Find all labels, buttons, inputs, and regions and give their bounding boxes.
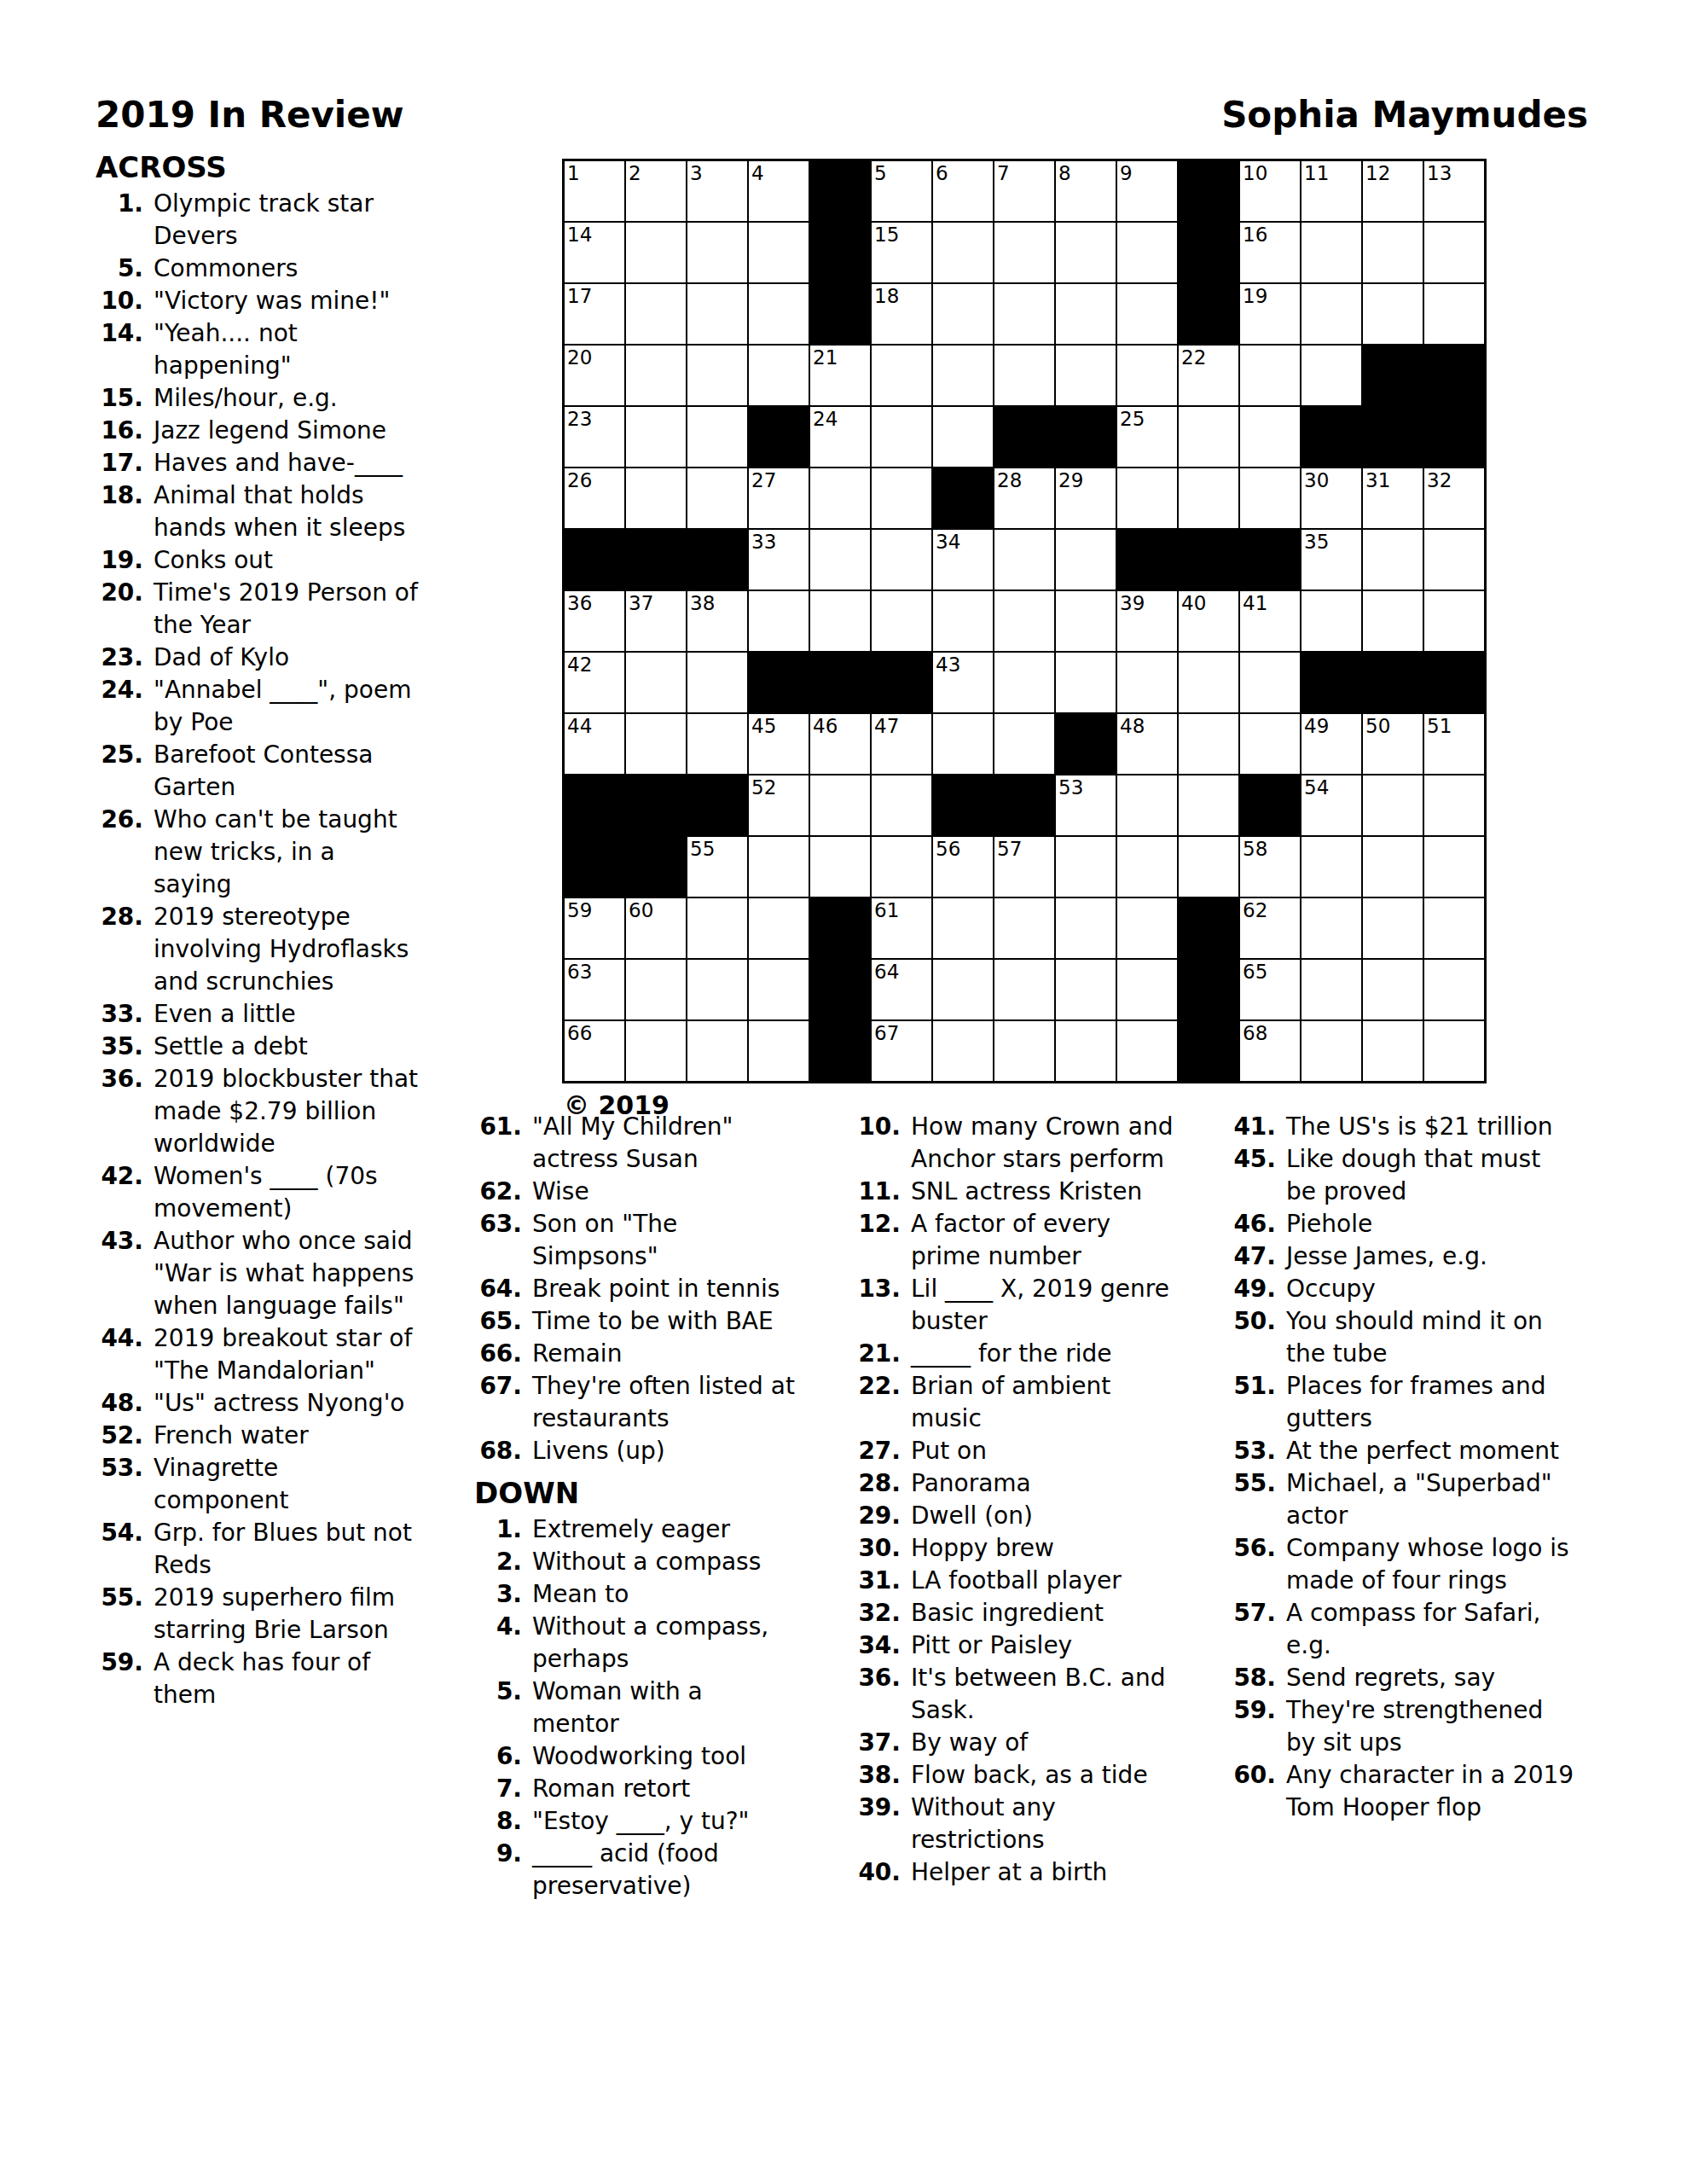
grid-cell[interactable] (687, 959, 748, 1020)
grid-cell[interactable]: 1 (564, 160, 625, 222)
clue-number: 4. (474, 1611, 522, 1643)
grid-cell[interactable]: 56 (932, 836, 994, 897)
grid-cell[interactable] (809, 529, 871, 590)
grid-cell[interactable] (1423, 529, 1485, 590)
grid-cell[interactable]: 42 (564, 652, 625, 713)
grid-cell[interactable] (1116, 283, 1178, 345)
grid-cell[interactable]: 48 (1116, 713, 1178, 775)
grid-cell[interactable]: 60 (625, 897, 687, 959)
clue-number: 60. (1228, 1759, 1276, 1792)
grid-cell[interactable] (1362, 775, 1423, 836)
clue-number: 55. (1228, 1467, 1276, 1500)
grid-cell[interactable] (1055, 590, 1116, 652)
clue-number: 13. (853, 1273, 901, 1305)
grid-cell[interactable] (1116, 468, 1178, 529)
grid-cell[interactable] (1178, 406, 1239, 468)
clue: 10.How many Crown and Anchor stars perfo… (853, 1111, 1177, 1176)
grid-cell[interactable]: 65 (1239, 959, 1301, 1020)
clue: 56.Company whose logo is made of four ri… (1228, 1532, 1576, 1597)
clue: 14."Yeah.... not happening" (96, 317, 420, 382)
clue: 49.Occupy (1228, 1273, 1576, 1305)
grid-cell[interactable] (1116, 836, 1178, 897)
clue-number: 1. (474, 1513, 522, 1546)
clue-number: 57. (1228, 1597, 1276, 1629)
black-cell (809, 1020, 871, 1082)
clue-number: 44. (96, 1322, 143, 1355)
grid-cell[interactable] (687, 468, 748, 529)
grid-cell[interactable]: 22 (1178, 345, 1239, 406)
grid-cell[interactable] (1239, 406, 1301, 468)
grid-cell[interactable] (1239, 652, 1301, 713)
clue-text: "All My Children" actress Susan (532, 1111, 795, 1176)
grid-cell[interactable] (932, 283, 994, 345)
grid-cell[interactable] (748, 222, 809, 283)
grid-cell[interactable] (1178, 836, 1239, 897)
grid-cell[interactable]: 64 (871, 959, 932, 1020)
grid-cell[interactable] (687, 345, 748, 406)
grid-cell[interactable] (932, 406, 994, 468)
grid-cell[interactable] (1055, 897, 1116, 959)
clue: 43.Author who once said "War is what hap… (96, 1225, 420, 1322)
grid-cell[interactable] (932, 1020, 994, 1082)
grid-cell[interactable] (1116, 1020, 1178, 1082)
black-cell (564, 775, 625, 836)
clue-number: 18. (96, 479, 143, 512)
grid-cell[interactable]: 36 (564, 590, 625, 652)
clue-text: Son on "The Simpsons" (532, 1208, 795, 1273)
clue-number: 11. (853, 1176, 901, 1208)
clue-text: 2019 stereotype involving Hydroflasks an… (154, 901, 420, 998)
grid-cell[interactable] (625, 652, 687, 713)
grid-cell[interactable] (1116, 959, 1178, 1020)
clue: 36.2019 blockbuster that made $2.79 bill… (96, 1063, 420, 1160)
black-cell (994, 406, 1055, 468)
grid-cell[interactable] (687, 897, 748, 959)
grid-cell[interactable]: 41 (1239, 590, 1301, 652)
clue-text: The US's is $21 trillion (1286, 1111, 1576, 1143)
grid-cell[interactable] (1423, 836, 1485, 897)
grid-cell[interactable]: 67 (871, 1020, 932, 1082)
clue-text: French water (154, 1420, 420, 1452)
grid-cell[interactable]: 10 (1239, 160, 1301, 222)
clue-text: SNL actress Kristen (911, 1176, 1177, 1208)
grid-cell[interactable] (687, 222, 748, 283)
clue: 4.Without a compass, perhaps (474, 1611, 795, 1676)
grid-cell[interactable] (994, 652, 1055, 713)
grid-cell[interactable] (932, 959, 994, 1020)
clue: 17.Haves and have-____ (96, 447, 420, 479)
cell-number: 13 (1427, 162, 1452, 184)
grid-cell[interactable] (871, 406, 932, 468)
clue-number: 50. (1228, 1305, 1276, 1338)
grid-cell[interactable] (1301, 283, 1362, 345)
grid-cell[interactable] (1055, 836, 1116, 897)
grid-cell[interactable] (871, 345, 932, 406)
grid-cell[interactable] (994, 283, 1055, 345)
black-cell (1423, 406, 1485, 468)
cell-number: 2 (629, 162, 641, 184)
grid-cell[interactable] (1301, 590, 1362, 652)
grid-cell[interactable]: 53 (1055, 775, 1116, 836)
grid-cell[interactable] (1362, 897, 1423, 959)
black-cell (1301, 406, 1362, 468)
cell-number: 62 (1243, 899, 1267, 921)
cell-number: 38 (690, 592, 715, 614)
grid-cell[interactable] (932, 713, 994, 775)
clue-number: 7. (474, 1773, 522, 1805)
clue-text: Brian of ambient music (911, 1370, 1177, 1435)
grid-cell[interactable]: 51 (1423, 713, 1485, 775)
grid-cell[interactable] (1301, 836, 1362, 897)
black-cell (1239, 529, 1301, 590)
grid-cell[interactable]: 45 (748, 713, 809, 775)
grid-cell[interactable] (994, 590, 1055, 652)
grid-cell[interactable] (871, 468, 932, 529)
grid-cell[interactable]: 11 (1301, 160, 1362, 222)
grid-cell[interactable] (748, 836, 809, 897)
grid-cell[interactable] (625, 283, 687, 345)
cell-number: 58 (1243, 838, 1267, 860)
clue-text: Occupy (1286, 1273, 1576, 1305)
grid-cell[interactable] (687, 283, 748, 345)
clue: 68.Livens (up) (474, 1435, 795, 1467)
black-cell (748, 652, 809, 713)
clue: 45.Like dough that must be proved (1228, 1143, 1576, 1208)
clue-text: Olympic track star Devers (154, 188, 420, 253)
grid-cell[interactable]: 59 (564, 897, 625, 959)
clue-text: Who can't be taught new tricks, in a say… (154, 804, 420, 901)
clue: 24."Annabel ____", poem by Poe (96, 674, 420, 739)
clue-number: 38. (853, 1759, 901, 1792)
clue-number: 16. (96, 415, 143, 447)
grid-cell[interactable] (994, 959, 1055, 1020)
cell-number: 32 (1427, 469, 1452, 491)
grid-cell[interactable] (871, 836, 932, 897)
grid-cell[interactable]: 33 (748, 529, 809, 590)
clue-text: Commoners (154, 253, 420, 285)
grid-cell[interactable]: 46 (809, 713, 871, 775)
grid-cell[interactable]: 57 (994, 836, 1055, 897)
grid-cell[interactable] (1362, 529, 1423, 590)
clue-text: Without any restrictions (911, 1792, 1177, 1856)
grid-cell[interactable] (1423, 897, 1485, 959)
grid-cell[interactable] (809, 468, 871, 529)
cell-number: 52 (751, 776, 776, 799)
grid-cell[interactable] (1362, 959, 1423, 1020)
grid-cell[interactable]: 61 (871, 897, 932, 959)
grid-cell[interactable] (1301, 345, 1362, 406)
grid-cell[interactable]: 25 (1116, 406, 1178, 468)
grid-cell[interactable] (1178, 652, 1239, 713)
grid-cell[interactable] (1116, 652, 1178, 713)
grid-cell[interactable] (1301, 959, 1362, 1020)
puzzle-title: 2019 In Review (96, 94, 404, 136)
clue: 18.Animal that holds hands when it sleep… (96, 479, 420, 544)
clue: 38.Flow back, as a tide (853, 1759, 1177, 1792)
cell-number: 61 (874, 899, 899, 921)
clue: 28.2019 stereotype involving Hydroflasks… (96, 901, 420, 998)
cell-number: 63 (567, 961, 592, 983)
grid-cell[interactable]: 13 (1423, 160, 1485, 222)
grid-cell[interactable] (1239, 713, 1301, 775)
clue-text: Piehole (1286, 1208, 1576, 1240)
grid-cell[interactable] (625, 959, 687, 1020)
clue-text: 2019 superhero film starring Brie Larson (154, 1582, 420, 1647)
grid-cell[interactable]: 39 (1116, 590, 1178, 652)
grid-cell[interactable]: 44 (564, 713, 625, 775)
grid-cell[interactable] (871, 775, 932, 836)
grid-cell[interactable]: 7 (994, 160, 1055, 222)
clue: 5.Woman with a mentor (474, 1676, 795, 1740)
grid-cell[interactable] (1239, 468, 1301, 529)
grid-cell[interactable]: 23 (564, 406, 625, 468)
grid-cell[interactable] (625, 406, 687, 468)
clue-number: 40. (853, 1856, 901, 1889)
grid-cell[interactable] (1055, 222, 1116, 283)
grid-cell[interactable]: 3 (687, 160, 748, 222)
grid-cell[interactable] (687, 652, 748, 713)
grid-cell[interactable]: 14 (564, 222, 625, 283)
grid-cell[interactable] (625, 1020, 687, 1082)
grid-cell[interactable]: 63 (564, 959, 625, 1020)
grid-cell[interactable]: 6 (932, 160, 994, 222)
grid-cell[interactable] (1301, 897, 1362, 959)
cell-number: 22 (1181, 346, 1206, 369)
clue-number: 41. (1228, 1111, 1276, 1143)
clue-column-b: 10.How many Crown and Anchor stars perfo… (853, 1111, 1177, 1889)
clue: 13.Lil ____ X, 2019 genre buster (853, 1273, 1177, 1338)
clue-text: "Estoy ____, y tu?" (532, 1805, 795, 1838)
clue-number: 42. (96, 1160, 143, 1193)
clue-text: Like dough that must be proved (1286, 1143, 1576, 1208)
grid-cell[interactable]: 55 (687, 836, 748, 897)
grid-cell[interactable]: 4 (748, 160, 809, 222)
grid-cell[interactable]: 37 (625, 590, 687, 652)
clue-number: 59. (96, 1647, 143, 1679)
grid-cell[interactable] (871, 590, 932, 652)
clue-text: 2019 breakout star of "The Mandalorian" (154, 1322, 420, 1387)
grid-cell[interactable] (625, 345, 687, 406)
grid-cell[interactable]: 47 (871, 713, 932, 775)
clue-text: Put on (911, 1435, 1177, 1467)
grid-cell[interactable] (1116, 222, 1178, 283)
grid-cell[interactable] (809, 590, 871, 652)
grid-cell[interactable]: 43 (932, 652, 994, 713)
cell-number: 59 (567, 899, 592, 921)
grid-cell[interactable] (687, 406, 748, 468)
black-cell (1178, 222, 1239, 283)
black-cell (809, 897, 871, 959)
clue-number: 19. (96, 544, 143, 577)
grid-cell[interactable] (1301, 222, 1362, 283)
clue-text: Barefoot Contessa Garten (154, 739, 420, 804)
cell-number: 31 (1365, 469, 1390, 491)
black-cell (871, 652, 932, 713)
grid-cell[interactable] (1423, 775, 1485, 836)
grid-cell[interactable]: 35 (1301, 529, 1362, 590)
grid-cell[interactable]: 34 (932, 529, 994, 590)
grid-cell[interactable] (625, 713, 687, 775)
black-cell (1178, 160, 1239, 222)
grid-cell[interactable]: 18 (871, 283, 932, 345)
grid-cell[interactable] (1362, 222, 1423, 283)
cell-number: 55 (690, 838, 715, 860)
grid-cell[interactable]: 16 (1239, 222, 1301, 283)
grid-cell[interactable] (1423, 283, 1485, 345)
grid-cell[interactable] (625, 468, 687, 529)
grid-cell[interactable]: 5 (871, 160, 932, 222)
cell-number: 35 (1304, 531, 1329, 553)
grid-cell[interactable]: 9 (1116, 160, 1178, 222)
grid-cell[interactable] (1362, 590, 1423, 652)
grid-cell[interactable] (994, 897, 1055, 959)
grid-cell[interactable] (994, 529, 1055, 590)
grid-cell[interactable] (1116, 897, 1178, 959)
grid-cell[interactable] (748, 897, 809, 959)
grid-cell[interactable] (994, 222, 1055, 283)
clue-column-a: 61."All My Children" actress Susan62.Wis… (474, 1111, 795, 1902)
cell-number: 68 (1243, 1022, 1267, 1044)
grid-cell[interactable]: 30 (1301, 468, 1362, 529)
clue: 52.French water (96, 1420, 420, 1452)
grid-cell[interactable] (1362, 836, 1423, 897)
clue-text: "Victory was mine!" (154, 285, 420, 317)
clue: 51.Places for frames and gutters (1228, 1370, 1576, 1435)
clue: 59.They're strengthened by sit ups (1228, 1694, 1576, 1759)
grid-cell[interactable]: 52 (748, 775, 809, 836)
grid-cell[interactable] (932, 345, 994, 406)
black-cell (748, 406, 809, 468)
grid-cell[interactable] (748, 590, 809, 652)
grid-cell[interactable] (1301, 1020, 1362, 1082)
grid-cell[interactable] (932, 222, 994, 283)
grid-cell[interactable] (1055, 1020, 1116, 1082)
grid-cell[interactable] (1116, 345, 1178, 406)
grid-cell[interactable] (1423, 590, 1485, 652)
grid-cell[interactable]: 68 (1239, 1020, 1301, 1082)
grid-cell[interactable]: 21 (809, 345, 871, 406)
grid-cell[interactable]: 17 (564, 283, 625, 345)
grid-cell[interactable] (809, 775, 871, 836)
clue: 40.Helper at a birth (853, 1856, 1177, 1889)
grid-cell[interactable]: 27 (748, 468, 809, 529)
clue-text: LA football player (911, 1565, 1177, 1597)
grid-cell[interactable] (1055, 283, 1116, 345)
grid-cell[interactable]: 15 (871, 222, 932, 283)
grid-cell[interactable] (1055, 959, 1116, 1020)
grid-cell[interactable] (932, 897, 994, 959)
grid-cell[interactable]: 40 (1178, 590, 1239, 652)
grid-cell[interactable] (932, 590, 994, 652)
grid-cell[interactable] (809, 836, 871, 897)
grid-cell[interactable]: 31 (1362, 468, 1423, 529)
grid-cell[interactable]: 58 (1239, 836, 1301, 897)
grid-cell[interactable] (871, 529, 932, 590)
clue-text: Pitt or Paisley (911, 1629, 1177, 1662)
grid-cell[interactable]: 26 (564, 468, 625, 529)
clue: 16.Jazz legend Simone (96, 415, 420, 447)
clue-text: Wise (532, 1176, 795, 1208)
grid-cell[interactable]: 29 (1055, 468, 1116, 529)
grid-cell[interactable] (1362, 283, 1423, 345)
grid-cell[interactable] (748, 1020, 809, 1082)
grid-cell[interactable] (1178, 713, 1239, 775)
clue-number: 55. (96, 1582, 143, 1614)
grid-cell[interactable] (1055, 345, 1116, 406)
grid-cell[interactable] (748, 959, 809, 1020)
grid-cell[interactable] (994, 345, 1055, 406)
grid-cell[interactable]: 8 (1055, 160, 1116, 222)
black-cell (932, 468, 994, 529)
clue: 20.Time's 2019 Person of the Year (96, 577, 420, 642)
grid-cell[interactable]: 12 (1362, 160, 1423, 222)
grid-cell[interactable] (1055, 529, 1116, 590)
grid-cell[interactable]: 49 (1301, 713, 1362, 775)
clue: 66.Remain (474, 1338, 795, 1370)
grid-cell[interactable]: 28 (994, 468, 1055, 529)
grid-cell[interactable]: 62 (1239, 897, 1301, 959)
grid-cell[interactable]: 54 (1301, 775, 1362, 836)
down-clue-list-b: 10.How many Crown and Anchor stars perfo… (853, 1111, 1177, 1889)
grid-cell[interactable] (748, 283, 809, 345)
grid-cell[interactable] (1116, 775, 1178, 836)
down-header: DOWN (474, 1476, 795, 1510)
grid-cell[interactable] (1178, 775, 1239, 836)
clue: 48."Us" actress Nyong'o (96, 1387, 420, 1420)
cell-number: 42 (567, 653, 592, 676)
grid-cell[interactable] (1178, 468, 1239, 529)
grid-cell[interactable]: 32 (1423, 468, 1485, 529)
grid-cell[interactable]: 19 (1239, 283, 1301, 345)
grid-cell[interactable] (1239, 345, 1301, 406)
grid-cell[interactable] (1423, 959, 1485, 1020)
grid-cell[interactable] (994, 1020, 1055, 1082)
crossword-grid: 1234567891011121314151617181920212223242… (562, 159, 1487, 1083)
grid-cell[interactable] (687, 1020, 748, 1082)
clue: 1.Extremely eager (474, 1513, 795, 1546)
clue-number: 46. (1228, 1208, 1276, 1240)
grid-cell[interactable] (1423, 1020, 1485, 1082)
clue: 34.Pitt or Paisley (853, 1629, 1177, 1662)
grid-cell[interactable]: 66 (564, 1020, 625, 1082)
grid-cell[interactable] (1055, 652, 1116, 713)
clue-text: They're often listed at restaurants (532, 1370, 795, 1435)
black-cell (1178, 897, 1239, 959)
grid-cell[interactable] (687, 713, 748, 775)
clue-text: Settle a debt (154, 1031, 420, 1063)
clue: 33.Even a little (96, 998, 420, 1031)
grid-cell[interactable] (1362, 1020, 1423, 1082)
grid-cell[interactable]: 2 (625, 160, 687, 222)
cell-number: 43 (936, 653, 960, 676)
grid-cell[interactable]: 20 (564, 345, 625, 406)
grid-cell[interactable]: 24 (809, 406, 871, 468)
grid-cell[interactable] (1423, 222, 1485, 283)
grid-cell[interactable]: 50 (1362, 713, 1423, 775)
clue-text: Conks out (154, 544, 420, 577)
grid-cell[interactable] (748, 345, 809, 406)
clue-number: 59. (1228, 1694, 1276, 1727)
grid-cell[interactable] (625, 222, 687, 283)
grid-cell[interactable]: 38 (687, 590, 748, 652)
grid-cell[interactable] (994, 713, 1055, 775)
down-clue-list-a: 1.Extremely eager2.Without a compass3.Me… (474, 1513, 795, 1902)
clue-number: 58. (1228, 1662, 1276, 1694)
cell-number: 5 (874, 162, 887, 184)
clue-number: 26. (96, 804, 143, 836)
clue: 5.Commoners (96, 253, 420, 285)
clue-text: Company whose logo is made of four rings (1286, 1532, 1576, 1597)
